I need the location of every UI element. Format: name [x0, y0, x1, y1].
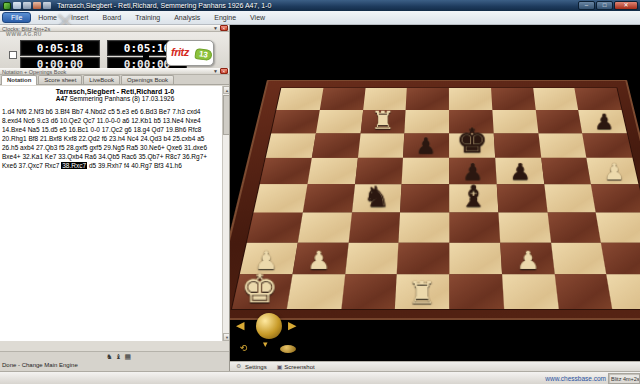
game-event-info: A47 Semmering Panhans (8) 17.03.1926	[0, 95, 230, 102]
square-c2[interactable]	[345, 242, 399, 274]
menu-item-view[interactable]: View	[243, 12, 272, 23]
square-e6[interactable]: ♚	[449, 133, 495, 158]
file-menu-button[interactable]: File	[2, 12, 31, 23]
notation-footer: ♞♝▦ Done - Change Main Engine	[0, 351, 230, 371]
square-g3[interactable]	[547, 212, 601, 242]
close-panel-icon[interactable]: ✕	[220, 68, 228, 74]
settings-label: Settings	[245, 364, 267, 370]
current-move[interactable]: 38.Rxc7	[61, 162, 87, 169]
white-rook-c7[interactable]: ♜	[360, 108, 404, 133]
white-pawn-h5[interactable]: ♟	[591, 161, 638, 184]
black-pawn-f5[interactable]: ♟	[497, 161, 544, 184]
eco-code: A47	[56, 95, 68, 102]
square-d3[interactable]	[399, 212, 450, 242]
square-f3[interactable]	[498, 212, 550, 242]
square-d5[interactable]	[402, 158, 449, 184]
square-e4[interactable]: ♝	[449, 184, 498, 212]
quick-access-toolbar[interactable]	[13, 2, 51, 9]
board-navigation-joystick[interactable]: ◀ ▶ ▾ ⟲	[236, 301, 306, 357]
notation-tabs: NotationScore sheetLiveBookOpenings Book	[0, 75, 230, 85]
square-b3[interactable]	[298, 212, 352, 242]
watermark-text: WWW.AG.RU	[6, 31, 42, 37]
menu-items: HomeInsertBoardTrainingAnalysisEngineVie…	[31, 12, 272, 23]
event-details: Semmering Panhans (8) 17.03.1926	[68, 95, 175, 102]
fritz-logo-text: fritz	[171, 46, 189, 58]
notation-tool-icon-1[interactable]: ♝	[115, 353, 121, 361]
square-a8[interactable]	[277, 88, 324, 110]
square-c3[interactable]	[348, 212, 400, 242]
rotate-left-icon[interactable]: ◀	[236, 319, 244, 332]
square-h6[interactable]	[583, 133, 633, 158]
square-h8[interactable]	[575, 88, 622, 110]
square-g5[interactable]	[541, 158, 591, 184]
game-mode-badge: Blitz 4m+2s	[608, 373, 640, 384]
white-pawn-f2[interactable]: ♟	[502, 249, 554, 274]
screenshot-label: Screenshot	[284, 364, 314, 370]
square-d6[interactable]: ♟	[404, 133, 450, 158]
camera-icon: ▣	[277, 363, 283, 370]
fritz13-logo: fritz 13	[166, 40, 214, 66]
square-f5[interactable]: ♟	[495, 158, 544, 184]
move-list[interactable]: 1.d4 Nf6 2.Nf3 b6 3.Bf4 Bb7 4.Nbd2 c5 5.…	[2, 107, 220, 170]
rotate-right-icon[interactable]: ▶	[288, 319, 296, 332]
black-pawn-h7[interactable]: ♟	[582, 111, 627, 132]
menu-item-analysis[interactable]: Analysis	[167, 12, 207, 23]
black-knight-c4[interactable]: ♞	[352, 183, 401, 212]
side-to-move-indicator	[143, 53, 149, 59]
square-h5[interactable]: ♟	[587, 158, 639, 184]
square-g7[interactable]	[536, 110, 583, 133]
black-pawn-d6[interactable]: ♟	[404, 135, 450, 157]
screenshot-button[interactable]: ▣ Screenshot	[277, 363, 315, 370]
fritz-logo-number: 13	[194, 48, 212, 61]
menu-item-board[interactable]: Board	[95, 12, 128, 23]
chevron-down-icon[interactable]: ▼	[213, 68, 218, 74]
white-clock-main: 0:05:18	[20, 40, 100, 56]
square-a6[interactable]	[266, 133, 316, 158]
board-3d-panel[interactable]: ♜♟♟♚♟♟♟♞♝♟♟♟♚♜ ◀ ▶ ▾ ⟲	[230, 25, 640, 361]
notation-tool-icon-2[interactable]: ▦	[125, 353, 132, 361]
settings-button[interactable]: ⚙ Settings	[236, 363, 267, 370]
chess-board[interactable]: ♜♟♟♚♟♟♟♞♝♟♟♟♚♜	[231, 87, 640, 309]
window-controls: – □ ✕	[578, 1, 638, 10]
status-bar: www.chessbase.com Blitz 4m+2s	[0, 371, 640, 384]
square-a4[interactable]	[254, 184, 308, 212]
square-b4[interactable]	[303, 184, 355, 212]
joystick-ball[interactable]	[256, 313, 282, 339]
moves-before[interactable]: 1.d4 Nf6 2.Nf3 b6 3.Bf4 Bb7 4.Nbd2 c5 5.…	[2, 108, 207, 169]
notation-panel: Notation + Openings Book ▼ ✕ NotationSco…	[0, 68, 230, 351]
square-g2[interactable]	[551, 242, 607, 274]
clock-checkbox[interactable]	[9, 51, 17, 59]
save-icon[interactable]	[13, 2, 21, 9]
menu-item-home[interactable]: Home	[31, 12, 64, 23]
undo-icon[interactable]	[23, 2, 31, 9]
notation-area[interactable]: Tarrasch,Siegbert - Reti,Richard 1-0 A47…	[0, 86, 230, 341]
redo-icon[interactable]	[33, 2, 41, 9]
notation-panel-header[interactable]: Notation + Openings Book ▼ ✕	[0, 68, 230, 75]
tab-livebook[interactable]: LiveBook	[83, 75, 120, 84]
zoom-button[interactable]	[280, 345, 296, 353]
black-bishop-e4[interactable]: ♝	[450, 182, 499, 212]
title-bar: Tarrasch,Siegbert - Reti,Richard, Semmer…	[0, 0, 640, 11]
notation-toolbar-icons: ♞♝▦	[106, 353, 131, 361]
clock-panel: Clocks: Blitz 4m+2s ▼ ✕ WWW.AG.RU 0:05:1…	[0, 25, 230, 68]
square-f8[interactable]	[491, 88, 535, 110]
square-c7[interactable]: ♜	[360, 110, 406, 133]
menu-item-engine[interactable]: Engine	[207, 12, 243, 23]
square-g4[interactable]	[544, 184, 596, 212]
square-b6[interactable]	[312, 133, 361, 158]
close-button[interactable]: ✕	[614, 1, 638, 10]
square-e3[interactable]	[450, 212, 501, 242]
tilt-down-icon[interactable]: ▾	[263, 339, 268, 349]
minimize-button[interactable]: –	[578, 1, 595, 10]
square-c4[interactable]: ♞	[352, 184, 402, 212]
app-icon	[3, 2, 11, 10]
square-h3[interactable]	[596, 212, 640, 242]
square-f2[interactable]: ♟	[500, 242, 554, 274]
game-players-result: Tarrasch,Siegbert - Reti,Richard 1-0	[0, 88, 230, 95]
menu-bar: File HomeInsertBoardTrainingAnalysisEngi…	[0, 11, 640, 25]
square-f1[interactable]	[502, 274, 558, 309]
square-f7[interactable]	[492, 110, 538, 133]
square-b7[interactable]	[316, 110, 363, 133]
board-scene: ♜♟♟♚♟♟♟♞♝♟♟♟♚♜	[230, 86, 640, 308]
maximize-button[interactable]: □	[596, 1, 613, 10]
menu-item-training[interactable]: Training	[128, 12, 167, 23]
square-a7[interactable]	[272, 110, 320, 133]
white-pawn-b2[interactable]: ♟	[293, 249, 345, 274]
board-toolbar: ⚙ Settings ▣ Screenshot	[230, 361, 640, 371]
square-d7[interactable]	[405, 110, 449, 133]
tab-notation[interactable]: Notation	[1, 75, 37, 85]
square-c1[interactable]	[341, 274, 397, 309]
chessbase-link[interactable]: www.chessbase.com	[545, 375, 606, 382]
menu-item-insert[interactable]: Insert	[64, 12, 96, 23]
tab-openings-book[interactable]: Openings Book	[121, 75, 174, 84]
close-panel-icon[interactable]: ✕	[220, 25, 228, 31]
moves-after[interactable]: d5 39.Rxh7 f4 40.Rg7 Bf3 41.h6	[87, 162, 182, 169]
white-rook-d1[interactable]: ♜	[395, 277, 449, 308]
clock-body: WWW.AG.RU 0:05:18 0:05:16 0:00:00 0:00:0…	[0, 32, 230, 68]
square-h7[interactable]: ♟	[579, 110, 627, 133]
customize-icon[interactable]	[43, 2, 51, 9]
left-column: Clocks: Blitz 4m+2s ▼ ✕ WWW.AG.RU 0:05:1…	[0, 25, 230, 371]
chevron-down-icon[interactable]: ▼	[213, 25, 218, 31]
black-king-e6[interactable]: ♚	[449, 123, 495, 157]
fritz-chess-app: Tarrasch,Siegbert - Reti,Richard, Semmer…	[0, 0, 640, 384]
engine-status-text: Done - Change Main Engine	[2, 362, 78, 368]
square-f6[interactable]	[494, 133, 541, 158]
square-d2[interactable]	[397, 242, 449, 274]
square-d8[interactable]	[406, 88, 449, 110]
square-b8[interactable]	[320, 88, 366, 110]
reset-view-icon[interactable]: ⟲	[240, 343, 248, 353]
square-c6[interactable]	[358, 133, 405, 158]
square-h2[interactable]	[601, 242, 640, 274]
square-e2[interactable]	[450, 242, 502, 274]
square-d4[interactable]	[401, 184, 450, 212]
notation-tool-icon-0[interactable]: ♞	[106, 353, 112, 361]
square-b5[interactable]	[308, 158, 358, 184]
square-h1[interactable]	[607, 274, 640, 309]
square-h4[interactable]	[591, 184, 640, 212]
square-g8[interactable]	[533, 88, 579, 110]
square-a5[interactable]	[260, 158, 312, 184]
window-title: Tarrasch,Siegbert - Reti,Richard, Semmer…	[57, 0, 271, 11]
square-e1[interactable]	[450, 274, 504, 309]
square-g1[interactable]	[554, 274, 612, 309]
square-g6[interactable]	[538, 133, 587, 158]
square-e8[interactable]	[449, 88, 492, 110]
square-f4[interactable]	[497, 184, 548, 212]
square-d1[interactable]: ♜	[395, 274, 449, 309]
square-b2[interactable]: ♟	[293, 242, 349, 274]
board-frame: ♜♟♟♚♟♟♟♞♝♟♟♟♚♜	[230, 80, 640, 320]
gear-icon: ⚙	[236, 363, 243, 370]
square-a3[interactable]	[247, 212, 303, 242]
tab-score-sheet[interactable]: Score sheet	[38, 75, 82, 84]
